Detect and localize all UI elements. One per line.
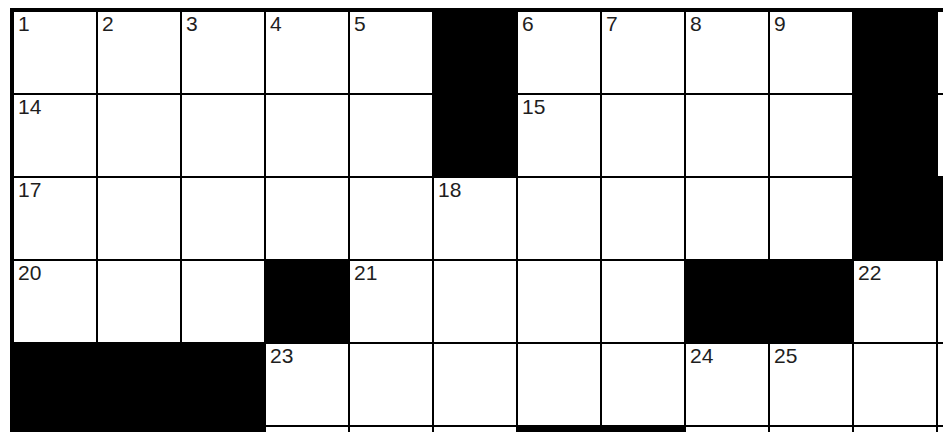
clue-number-18: 18 bbox=[438, 178, 461, 202]
cell-r3c3[interactable] bbox=[181, 177, 265, 260]
clue-number-14: 14 bbox=[18, 95, 41, 119]
clue-number-6: 6 bbox=[522, 12, 534, 36]
cell-r6c5[interactable] bbox=[349, 426, 433, 432]
cell-r4c5[interactable]: 21 bbox=[349, 260, 433, 343]
cell-r6c2-black bbox=[97, 426, 181, 432]
cell-r5c2-black bbox=[97, 343, 181, 426]
cell-r4c9-black bbox=[685, 260, 769, 343]
cell-r4c7[interactable] bbox=[517, 260, 601, 343]
cell-r4c11[interactable]: 22 bbox=[853, 260, 937, 343]
clue-number-8: 8 bbox=[690, 12, 702, 36]
cell-r5c8[interactable] bbox=[601, 343, 685, 426]
crossword-screenshot: 12345678914151718202122232425 bbox=[0, 0, 943, 432]
cell-r6c3-black bbox=[181, 426, 265, 432]
clue-number-24: 24 bbox=[690, 344, 713, 368]
cell-r5c7[interactable] bbox=[517, 343, 601, 426]
cell-r1c6-black bbox=[433, 11, 517, 94]
cell-r3c10[interactable] bbox=[769, 177, 853, 260]
cell-r2c5[interactable] bbox=[349, 94, 433, 177]
cell-r1c12[interactable] bbox=[937, 11, 943, 94]
cell-r5c5[interactable] bbox=[349, 343, 433, 426]
cell-r4c2[interactable] bbox=[97, 260, 181, 343]
cell-r3c9[interactable] bbox=[685, 177, 769, 260]
clue-number-3: 3 bbox=[186, 12, 198, 36]
cell-r5c4[interactable]: 23 bbox=[265, 343, 349, 426]
cell-r6c11[interactable] bbox=[853, 426, 937, 432]
clue-number-2: 2 bbox=[102, 12, 114, 36]
crossword-board: 12345678914151718202122232425 bbox=[10, 8, 943, 432]
cell-r1c8[interactable]: 7 bbox=[601, 11, 685, 94]
clue-number-7: 7 bbox=[606, 12, 618, 36]
cell-r1c9[interactable]: 8 bbox=[685, 11, 769, 94]
cell-r2c11-black bbox=[853, 94, 937, 177]
clue-number-23: 23 bbox=[270, 344, 293, 368]
cell-r3c8[interactable] bbox=[601, 177, 685, 260]
clue-number-5: 5 bbox=[354, 12, 366, 36]
cell-r1c7[interactable]: 6 bbox=[517, 11, 601, 94]
cell-r1c10[interactable]: 9 bbox=[769, 11, 853, 94]
cell-r6c10[interactable] bbox=[769, 426, 853, 432]
cell-r6c12[interactable] bbox=[937, 426, 943, 432]
cell-r3c12-black bbox=[937, 177, 943, 260]
cell-r4c6[interactable] bbox=[433, 260, 517, 343]
clue-number-17: 17 bbox=[18, 178, 41, 202]
cell-r2c12[interactable] bbox=[937, 94, 943, 177]
cell-r6c6[interactable] bbox=[433, 426, 517, 432]
cell-r5c12[interactable] bbox=[937, 343, 943, 426]
cell-r5c11[interactable] bbox=[853, 343, 937, 426]
cell-r6c8-black bbox=[601, 426, 685, 432]
cell-r6c4[interactable] bbox=[265, 426, 349, 432]
cell-r5c1-black bbox=[13, 343, 97, 426]
cell-r4c1[interactable]: 20 bbox=[13, 260, 97, 343]
cell-r3c7[interactable] bbox=[517, 177, 601, 260]
cell-r2c9[interactable] bbox=[685, 94, 769, 177]
cell-r1c5[interactable]: 5 bbox=[349, 11, 433, 94]
cell-r2c6-black bbox=[433, 94, 517, 177]
cell-r5c10[interactable]: 25 bbox=[769, 343, 853, 426]
cell-r1c1[interactable]: 1 bbox=[13, 11, 97, 94]
cell-r2c8[interactable] bbox=[601, 94, 685, 177]
cell-r3c5[interactable] bbox=[349, 177, 433, 260]
cell-r1c11-black bbox=[853, 11, 937, 94]
cell-r1c4[interactable]: 4 bbox=[265, 11, 349, 94]
clue-number-15: 15 bbox=[522, 95, 545, 119]
cell-r1c3[interactable]: 3 bbox=[181, 11, 265, 94]
cell-r4c3[interactable] bbox=[181, 260, 265, 343]
cell-r4c4-black bbox=[265, 260, 349, 343]
cell-r6c9[interactable] bbox=[685, 426, 769, 432]
cell-r3c4[interactable] bbox=[265, 177, 349, 260]
cell-r1c2[interactable]: 2 bbox=[97, 11, 181, 94]
crossword-grid: 12345678914151718202122232425 bbox=[13, 11, 943, 432]
cell-r5c6[interactable] bbox=[433, 343, 517, 426]
clue-number-4: 4 bbox=[270, 12, 282, 36]
cell-r4c12[interactable] bbox=[937, 260, 943, 343]
clue-number-21: 21 bbox=[354, 261, 377, 285]
cell-r2c7[interactable]: 15 bbox=[517, 94, 601, 177]
cell-r4c10-black bbox=[769, 260, 853, 343]
clue-number-20: 20 bbox=[18, 261, 41, 285]
clue-number-25: 25 bbox=[774, 344, 797, 368]
cell-r6c7-black bbox=[517, 426, 601, 432]
clue-number-9: 9 bbox=[774, 12, 786, 36]
cell-r5c9[interactable]: 24 bbox=[685, 343, 769, 426]
cell-r5c3-black bbox=[181, 343, 265, 426]
cell-r2c1[interactable]: 14 bbox=[13, 94, 97, 177]
clue-number-1: 1 bbox=[18, 12, 30, 36]
cell-r2c2[interactable] bbox=[97, 94, 181, 177]
cell-r2c3[interactable] bbox=[181, 94, 265, 177]
cell-r3c6[interactable]: 18 bbox=[433, 177, 517, 260]
cell-r2c10[interactable] bbox=[769, 94, 853, 177]
cell-r6c1-black bbox=[13, 426, 97, 432]
cell-r3c2[interactable] bbox=[97, 177, 181, 260]
cell-r4c8[interactable] bbox=[601, 260, 685, 343]
clue-number-22: 22 bbox=[858, 261, 881, 285]
cell-r3c1[interactable]: 17 bbox=[13, 177, 97, 260]
cell-r2c4[interactable] bbox=[265, 94, 349, 177]
cell-r3c11-black bbox=[853, 177, 937, 260]
